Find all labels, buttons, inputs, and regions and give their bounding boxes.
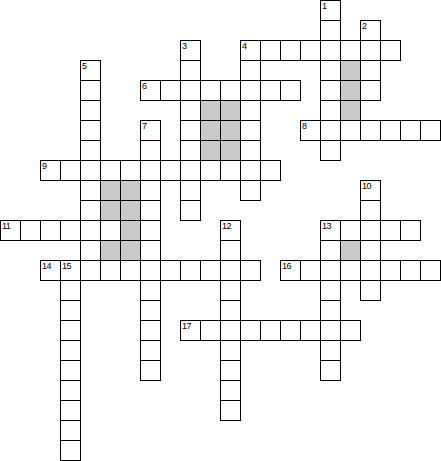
letter-cell-c18-r2[interactable] [360,40,381,61]
letter-cell-c2-r13[interactable]: 14 [40,260,61,281]
letter-cell-c3-r19[interactable] [60,380,81,401]
letter-cell-c16-r15[interactable] [320,300,341,321]
shaded-cell-c11-r6 [220,120,241,141]
letter-cell-c18-r14[interactable] [360,280,381,301]
letter-cell-c11-r20[interactable] [220,400,241,421]
clue-number-1: 1 [322,1,327,11]
clue-number-8: 8 [302,121,307,131]
letter-cell-c3-r22[interactable] [60,440,81,461]
letter-cell-c12-r8[interactable] [240,160,261,181]
clue-number-7: 7 [142,121,147,131]
letter-cell-c12-r9[interactable] [240,180,261,201]
shaded-cell-c17-r12 [340,240,361,261]
letter-cell-c16-r5[interactable] [320,100,341,121]
letter-cell-c15-r2[interactable] [300,40,321,61]
letter-cell-c7-r9[interactable] [140,180,161,201]
letter-cell-c20-r6[interactable] [400,120,421,141]
letter-cell-c18-r9[interactable]: 10 [360,180,381,201]
letter-cell-c16-r11[interactable]: 13 [320,220,341,241]
letter-cell-c11-r8[interactable] [220,160,241,181]
letter-cell-c12-r4[interactable] [240,80,261,101]
letter-cell-c11-r19[interactable] [220,380,241,401]
letter-cell-c11-r14[interactable] [220,280,241,301]
clue-number-16: 16 [282,261,291,271]
letter-cell-c5-r13[interactable] [100,260,121,281]
shaded-cell-c6-r11 [120,220,141,241]
letter-cell-c7-r11[interactable] [140,220,161,241]
letter-cell-c16-r7[interactable] [320,140,341,161]
clue-number-15: 15 [62,261,71,271]
letter-cell-c7-r10[interactable] [140,200,161,221]
letter-cell-c4-r13[interactable] [80,260,101,281]
letter-cell-c19-r6[interactable] [380,120,401,141]
letter-cell-c7-r15[interactable] [140,300,161,321]
clue-number-5: 5 [82,61,87,71]
letter-cell-c5-r8[interactable] [100,160,121,181]
clue-number-12: 12 [222,221,231,231]
letter-cell-c13-r2[interactable] [260,40,281,61]
letter-cell-c17-r2[interactable] [340,40,361,61]
shaded-cell-c17-r4 [340,80,361,101]
letter-cell-c17-r6[interactable] [340,120,361,141]
clue-number-9: 9 [42,161,47,171]
letter-cell-c9-r9[interactable] [180,180,201,201]
letter-cell-c9-r4[interactable] [180,80,201,101]
letter-cell-c11-r4[interactable] [220,80,241,101]
letter-cell-c19-r11[interactable] [380,220,401,241]
letter-cell-c11-r13[interactable] [220,260,241,281]
shaded-cell-c6-r12 [120,240,141,261]
clue-number-4: 4 [242,41,247,51]
letter-cell-c17-r11[interactable] [340,220,361,241]
letter-cell-c16-r2[interactable] [320,40,341,61]
letter-cell-c12-r5[interactable] [240,100,261,121]
letter-cell-c9-r5[interactable] [180,100,201,121]
letter-cell-c7-r6[interactable]: 7 [140,120,161,141]
letter-cell-c3-r20[interactable] [60,400,81,421]
letter-cell-c4-r7[interactable] [80,140,101,161]
shaded-cell-c11-r5 [220,100,241,121]
letter-cell-c4-r3[interactable]: 5 [80,60,101,81]
clue-number-2: 2 [362,21,367,31]
letter-cell-c2-r11[interactable] [40,220,61,241]
letter-cell-c11-r16[interactable] [220,320,241,341]
letter-cell-c5-r11[interactable] [100,220,121,241]
clue-number-6: 6 [142,81,147,91]
letter-cell-c11-r18[interactable] [220,360,241,381]
letter-cell-c20-r13[interactable] [400,260,421,281]
letter-cell-c7-r13[interactable] [140,260,161,281]
letter-cell-c6-r13[interactable] [120,260,141,281]
letter-cell-c10-r16[interactable] [200,320,221,341]
letter-cell-c20-r11[interactable] [400,220,421,241]
letter-cell-c16-r12[interactable] [320,240,341,261]
clue-number-3: 3 [182,41,187,51]
letter-cell-c4-r8[interactable] [80,160,101,181]
shaded-cell-c10-r7 [200,140,221,161]
letter-cell-c9-r8[interactable] [180,160,201,181]
shaded-cell-c10-r6 [200,120,221,141]
letter-cell-c0-r11[interactable]: 11 [0,220,21,241]
letter-cell-c18-r4[interactable] [360,80,381,101]
letter-cell-c9-r3[interactable] [180,60,201,81]
letter-cell-c4-r5[interactable] [80,100,101,121]
letter-cell-c4-r10[interactable] [80,200,101,221]
letter-cell-c10-r4[interactable] [200,80,221,101]
clue-number-17: 17 [182,321,191,331]
letter-cell-c2-r8[interactable]: 9 [40,160,61,181]
letter-cell-c14-r13[interactable]: 16 [280,260,301,281]
letter-cell-c10-r13[interactable] [200,260,221,281]
letter-cell-c18-r3[interactable] [360,60,381,81]
letter-cell-c3-r15[interactable] [60,300,81,321]
letter-cell-c14-r4[interactable] [280,80,301,101]
letter-cell-c9-r16[interactable]: 17 [180,320,201,341]
clue-number-14: 14 [42,261,51,271]
letter-cell-c13-r8[interactable] [260,160,281,181]
letter-cell-c3-r18[interactable] [60,360,81,381]
letter-cell-c9-r7[interactable] [180,140,201,161]
letter-cell-c14-r2[interactable] [280,40,301,61]
shaded-cell-c11-r7 [220,140,241,161]
letter-cell-c16-r4[interactable] [320,80,341,101]
letter-cell-c11-r11[interactable]: 12 [220,220,241,241]
letter-cell-c12-r7[interactable] [240,140,261,161]
shaded-cell-c5-r12 [100,240,121,261]
letter-cell-c18-r10[interactable] [360,200,381,221]
letter-cell-c16-r17[interactable] [320,340,341,361]
letter-cell-c18-r11[interactable] [360,220,381,241]
clue-number-11: 11 [2,221,10,231]
letter-cell-c7-r17[interactable] [140,340,161,361]
letter-cell-c16-r14[interactable] [320,280,341,301]
letter-cell-c7-r12[interactable] [140,240,161,261]
letter-cell-c8-r13[interactable] [160,260,181,281]
clue-number-10: 10 [362,181,371,191]
letter-cell-c9-r13[interactable] [180,260,201,281]
letter-cell-c17-r16[interactable] [340,320,361,341]
letter-cell-c16-r16[interactable] [320,320,341,341]
letter-cell-c3-r16[interactable] [60,320,81,341]
letter-cell-c21-r6[interactable] [420,120,441,141]
letter-cell-c3-r14[interactable] [60,280,81,301]
letter-cell-c4-r4[interactable] [80,80,101,101]
shaded-cell-c10-r5 [200,100,221,121]
letter-cell-c3-r21[interactable] [60,420,81,441]
letter-cell-c16-r0[interactable]: 1 [320,0,341,21]
letter-cell-c12-r2[interactable]: 4 [240,40,261,61]
letter-cell-c13-r16[interactable] [260,320,281,341]
letter-cell-c19-r2[interactable] [380,40,401,61]
letter-cell-c16-r13[interactable] [320,260,341,281]
letter-cell-c9-r6[interactable] [180,120,201,141]
letter-cell-c14-r16[interactable] [280,320,301,341]
letter-cell-c18-r6[interactable] [360,120,381,141]
letter-cell-c18-r12[interactable] [360,240,381,261]
letter-cell-c12-r6[interactable] [240,120,261,141]
letter-cell-c18-r13[interactable] [360,260,381,281]
letter-cell-c4-r9[interactable] [80,180,101,201]
letter-cell-c15-r13[interactable] [300,260,321,281]
letter-cell-c16-r1[interactable] [320,20,341,41]
letter-cell-c7-r16[interactable] [140,320,161,341]
shaded-cell-c17-r5 [340,100,361,121]
letter-cell-c13-r4[interactable] [260,80,281,101]
letter-cell-c12-r3[interactable] [240,60,261,81]
letter-cell-c8-r4[interactable] [160,80,181,101]
clue-number-13: 13 [322,221,331,231]
letter-cell-c11-r15[interactable] [220,300,241,321]
crossword-board: 1234567891011121314151617 [0,0,441,461]
letter-cell-c7-r18[interactable] [140,360,161,381]
letter-cell-c16-r3[interactable] [320,60,341,81]
letter-cell-c10-r8[interactable] [200,160,221,181]
letter-cell-c15-r16[interactable] [300,320,321,341]
letter-cell-c12-r16[interactable] [240,320,261,341]
letter-cell-c3-r17[interactable] [60,340,81,361]
letter-cell-c16-r18[interactable] [320,360,341,381]
letter-cell-c4-r11[interactable] [80,220,101,241]
letter-cell-c12-r13[interactable] [240,260,261,281]
letter-cell-c9-r10[interactable] [180,200,201,221]
shaded-cell-c6-r10 [120,200,141,221]
shaded-cell-c5-r10 [100,200,121,221]
letter-cell-c11-r17[interactable] [220,340,241,361]
letter-cell-c3-r11[interactable] [60,220,81,241]
shaded-cell-c5-r9 [100,180,121,201]
letter-cell-c21-r13[interactable] [420,260,441,281]
letter-cell-c16-r6[interactable] [320,120,341,141]
letter-cell-c7-r7[interactable] [140,140,161,161]
letter-cell-c11-r12[interactable] [220,240,241,261]
letter-cell-c18-r1[interactable]: 2 [360,20,381,41]
letter-cell-c6-r8[interactable] [120,160,141,181]
letter-cell-c7-r8[interactable] [140,160,161,181]
letter-cell-c7-r4[interactable]: 6 [140,80,161,101]
letter-cell-c3-r13[interactable]: 15 [60,260,81,281]
letter-cell-c15-r6[interactable]: 8 [300,120,321,141]
letter-cell-c4-r6[interactable] [80,120,101,141]
letter-cell-c17-r13[interactable] [340,260,361,281]
shaded-cell-c6-r9 [120,180,141,201]
letter-cell-c4-r12[interactable] [80,240,101,261]
letter-cell-c19-r13[interactable] [380,260,401,281]
shaded-cell-c17-r3 [340,60,361,81]
letter-cell-c7-r14[interactable] [140,280,161,301]
letter-cell-c3-r8[interactable] [60,160,81,181]
letter-cell-c8-r8[interactable] [160,160,181,181]
letter-cell-c9-r2[interactable]: 3 [180,40,201,61]
letter-cell-c1-r11[interactable] [20,220,41,241]
